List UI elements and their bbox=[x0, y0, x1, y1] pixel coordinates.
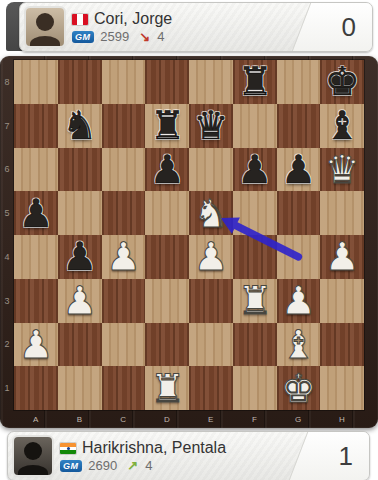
square-e3[interactable] bbox=[189, 279, 233, 323]
black-pawn-b4[interactable]: ♟ bbox=[58, 235, 102, 279]
square-d4[interactable] bbox=[145, 235, 189, 279]
broadcast-board-panel: Cori, Jorge GM 2599 ↘ 4 0 87654321 ♜♚♞♜♛… bbox=[0, 0, 378, 480]
player-name: Cori, Jorge bbox=[94, 11, 172, 27]
player-rating: 2599 bbox=[100, 30, 129, 43]
square-g4[interactable] bbox=[277, 235, 321, 279]
file-label-b: B bbox=[58, 410, 102, 428]
square-e6[interactable] bbox=[189, 148, 233, 192]
square-f1[interactable] bbox=[233, 366, 277, 410]
square-c3[interactable] bbox=[102, 279, 146, 323]
white-bishop-g2[interactable]: ♝ bbox=[277, 323, 321, 367]
white-rook-f3[interactable]: ♜ bbox=[233, 279, 277, 323]
square-h3[interactable] bbox=[320, 279, 364, 323]
gm-title-badge: GM bbox=[60, 460, 82, 472]
rating-change-value: 4 bbox=[145, 459, 152, 472]
square-a8[interactable] bbox=[14, 60, 58, 104]
black-rook-d7[interactable]: ♜ bbox=[145, 104, 189, 148]
square-b5[interactable] bbox=[58, 191, 102, 235]
rank-label-1: 1 bbox=[0, 366, 14, 410]
square-b1[interactable] bbox=[58, 366, 102, 410]
square-b8[interactable] bbox=[58, 60, 102, 104]
square-e8[interactable] bbox=[189, 60, 233, 104]
square-c8[interactable] bbox=[102, 60, 146, 104]
square-c6[interactable] bbox=[102, 148, 146, 192]
square-d2[interactable] bbox=[145, 323, 189, 367]
rating-change-value: 4 bbox=[157, 30, 164, 43]
black-pawn-d6[interactable]: ♟ bbox=[145, 148, 189, 192]
peru-flag-icon bbox=[72, 14, 88, 25]
file-label-f: F bbox=[233, 410, 277, 428]
white-pawn-b3[interactable]: ♟ bbox=[58, 279, 102, 323]
file-label-a: A bbox=[14, 410, 58, 428]
black-knight-b7[interactable]: ♞ bbox=[58, 104, 102, 148]
white-pawn-g3[interactable]: ♟ bbox=[277, 279, 321, 323]
india-flag-icon bbox=[60, 443, 76, 454]
square-f5[interactable] bbox=[233, 191, 277, 235]
square-a4[interactable] bbox=[14, 235, 58, 279]
square-f7[interactable] bbox=[233, 104, 277, 148]
square-d3[interactable] bbox=[145, 279, 189, 323]
player-avatar bbox=[26, 8, 64, 46]
square-h2[interactable] bbox=[320, 323, 364, 367]
square-f2[interactable] bbox=[233, 323, 277, 367]
square-h5[interactable] bbox=[320, 191, 364, 235]
black-queen-e7[interactable]: ♛ bbox=[189, 104, 233, 148]
square-g7[interactable] bbox=[277, 104, 321, 148]
rank-label-2: 2 bbox=[0, 323, 14, 367]
file-label-d: D bbox=[145, 410, 189, 428]
rank-label-4: 4 bbox=[0, 235, 14, 279]
rank-labels: 87654321 bbox=[0, 60, 14, 410]
square-e2[interactable] bbox=[189, 323, 233, 367]
white-rook-d1[interactable]: ♜ bbox=[145, 366, 189, 410]
player-name: Harikrishna, Pentala bbox=[82, 440, 226, 456]
black-bishop-h7[interactable]: ♝ bbox=[320, 104, 364, 148]
square-b2[interactable] bbox=[58, 323, 102, 367]
black-pawn-a5[interactable]: ♟ bbox=[14, 191, 58, 235]
black-pawn-f6[interactable]: ♟ bbox=[233, 148, 277, 192]
player-card-bottom[interactable]: Harikrishna, Pentala GM 2690 ↗ 4 1 bbox=[7, 431, 370, 480]
square-f4[interactable] bbox=[233, 235, 277, 279]
match-score: 1 bbox=[339, 441, 353, 472]
match-score: 0 bbox=[342, 12, 356, 43]
chess-board[interactable]: 87654321 ♜♚♞♜♛♝♟♟♟♛♟♞♟♟♟♟♟♜♟♟♝♜♚ ABCDEFG… bbox=[0, 56, 378, 428]
player-rating: 2690 bbox=[88, 459, 117, 472]
black-king-h8[interactable]: ♚ bbox=[320, 60, 364, 104]
white-queen-h6[interactable]: ♛ bbox=[320, 148, 364, 192]
black-pawn-g6[interactable]: ♟ bbox=[277, 148, 321, 192]
black-rook-f8[interactable]: ♜ bbox=[233, 60, 277, 104]
white-pawn-e4[interactable]: ♟ bbox=[189, 235, 233, 279]
square-h1[interactable] bbox=[320, 366, 364, 410]
rank-label-5: 5 bbox=[0, 191, 14, 235]
square-b6[interactable] bbox=[58, 148, 102, 192]
file-label-g: G bbox=[277, 410, 321, 428]
player-avatar bbox=[14, 437, 52, 475]
rating-trend-up-icon: ↗ bbox=[127, 459, 138, 472]
file-label-e: E bbox=[189, 410, 233, 428]
rank-label-3: 3 bbox=[0, 279, 14, 323]
rank-label-6: 6 bbox=[0, 148, 14, 192]
white-pawn-a2[interactable]: ♟ bbox=[14, 323, 58, 367]
white-pawn-c4[interactable]: ♟ bbox=[102, 235, 146, 279]
square-d8[interactable] bbox=[145, 60, 189, 104]
white-knight-e5[interactable]: ♞ bbox=[189, 191, 233, 235]
white-king-g1[interactable]: ♚ bbox=[277, 366, 321, 410]
square-g8[interactable] bbox=[277, 60, 321, 104]
rating-trend-down-icon: ↘ bbox=[139, 30, 150, 43]
square-a1[interactable] bbox=[14, 366, 58, 410]
rank-label-8: 8 bbox=[0, 60, 14, 104]
player-card-top[interactable]: Cori, Jorge GM 2599 ↘ 4 0 bbox=[19, 2, 373, 52]
rank-label-7: 7 bbox=[0, 104, 14, 148]
square-c2[interactable] bbox=[102, 323, 146, 367]
square-g5[interactable] bbox=[277, 191, 321, 235]
file-label-c: C bbox=[102, 410, 146, 428]
square-a7[interactable] bbox=[14, 104, 58, 148]
white-pawn-h4[interactable]: ♟ bbox=[320, 235, 364, 279]
square-c7[interactable] bbox=[102, 104, 146, 148]
square-e1[interactable] bbox=[189, 366, 233, 410]
file-label-h: H bbox=[320, 410, 364, 428]
file-labels: ABCDEFGH bbox=[14, 410, 364, 428]
square-c5[interactable] bbox=[102, 191, 146, 235]
square-d5[interactable] bbox=[145, 191, 189, 235]
square-c1[interactable] bbox=[102, 366, 146, 410]
square-a6[interactable] bbox=[14, 148, 58, 192]
square-a3[interactable] bbox=[14, 279, 58, 323]
gm-title-badge: GM bbox=[72, 31, 94, 43]
